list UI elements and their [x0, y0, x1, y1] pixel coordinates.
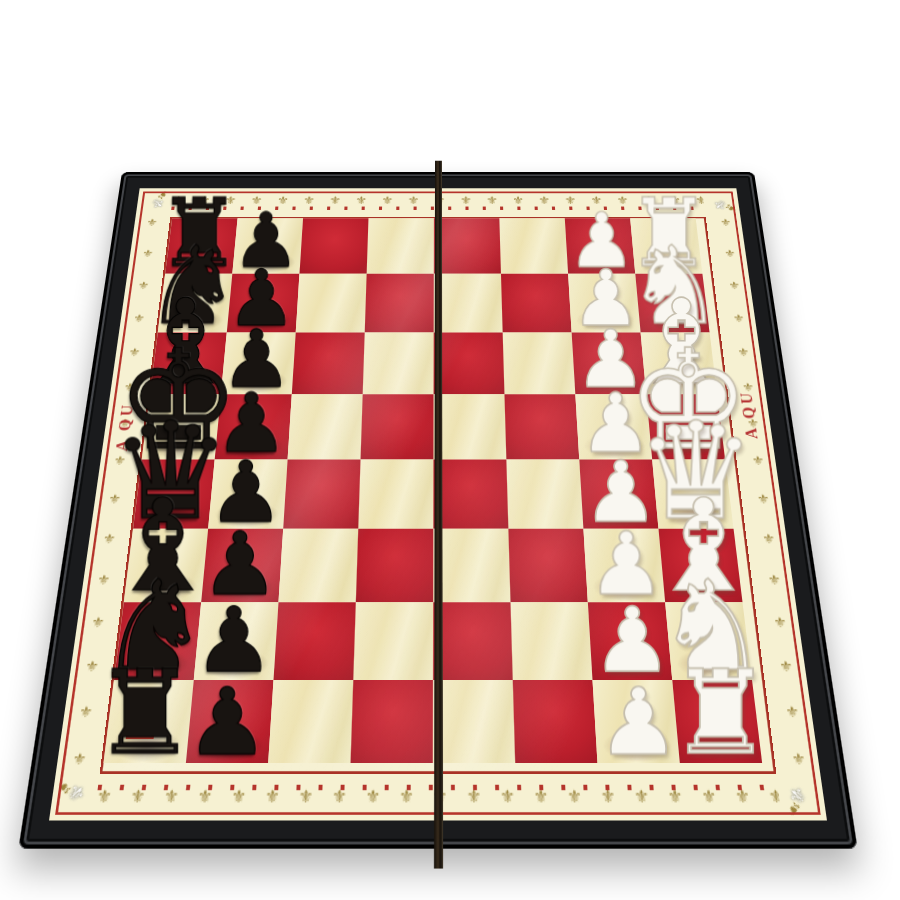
square-a5[interactable] [351, 680, 433, 763]
square-g4[interactable] [434, 274, 503, 333]
square-a8[interactable]: ♜ [104, 680, 194, 763]
fleur-de-lis-icon: ⚜ [61, 778, 91, 808]
square-h5[interactable] [367, 218, 434, 274]
square-a2[interactable]: ♟ [593, 680, 680, 763]
square-d3[interactable] [506, 460, 583, 529]
scroll-icon: ☙ [52, 774, 77, 800]
piece-black-pawn-b7[interactable]: ♟ [194, 604, 274, 677]
square-f4[interactable] [434, 332, 505, 394]
square-c6[interactable] [278, 529, 358, 602]
scroll-icon: ☙ [721, 200, 740, 216]
square-d6[interactable] [283, 460, 360, 529]
square-b3[interactable] [511, 602, 593, 680]
square-e6[interactable] [288, 394, 363, 459]
board-tilt: ⚜ ⚜ ⚜ ⚜ ⚜ ⚜ ⚜ ⚜ ⚜ ⚜ ⚜ ⚜ ⚜ ⚜ ⚜ ⚜ ⚜ ⚜ ⚜ ⚜ … [18, 172, 857, 849]
fold-hinge-line [433, 161, 442, 869]
square-e4[interactable] [433, 394, 506, 459]
square-a4[interactable] [433, 680, 515, 763]
fleur-de-lis-icon: ⚜ [709, 195, 731, 214]
corner-ornament-bottom-right: ☙ ⚜ [772, 767, 827, 825]
square-a1[interactable]: ♜ [672, 680, 762, 763]
square-b4[interactable] [433, 602, 513, 680]
square-f3[interactable] [503, 332, 576, 394]
board-frame: ⚜ ⚜ ⚜ ⚜ ⚜ ⚜ ⚜ ⚜ ⚜ ⚜ ⚜ ⚜ ⚜ ⚜ ⚜ ⚜ ⚜ ⚜ ⚜ ⚜ … [18, 172, 857, 849]
square-h3[interactable] [499, 218, 568, 274]
piece-white-rook-a1[interactable]: ♜ [669, 666, 773, 761]
square-f6[interactable] [292, 332, 365, 394]
corner-ornament-bottom-left: ☙ ⚜ [48, 767, 103, 825]
chess-set-photo: ⚜ ⚜ ⚜ ⚜ ⚜ ⚜ ⚜ ⚜ ⚜ ⚜ ⚜ ⚜ ⚜ ⚜ ⚜ ⚜ ⚜ ⚜ ⚜ ⚜ … [0, 0, 900, 900]
piece-black-rook-a8[interactable]: ♜ [93, 666, 197, 761]
square-e5[interactable] [361, 394, 434, 459]
square-d5[interactable] [358, 460, 433, 529]
square-e3[interactable] [504, 394, 579, 459]
square-h4[interactable] [434, 218, 501, 274]
square-d4[interactable] [433, 460, 508, 529]
scroll-icon: ☙ [781, 796, 806, 822]
square-b6[interactable] [274, 602, 356, 680]
board-mat: ⚜ ⚜ ⚜ ⚜ ⚜ ⚜ ⚜ ⚜ ⚜ ⚜ ⚜ ⚜ ⚜ ⚜ ⚜ ⚜ ⚜ ⚜ ⚜ ⚜ … [49, 188, 827, 820]
square-f5[interactable] [363, 332, 434, 394]
square-c4[interactable] [433, 529, 510, 602]
piece-black-pawn-a7[interactable]: ♟ [186, 685, 269, 761]
square-b5[interactable] [353, 602, 433, 680]
square-g3[interactable] [501, 274, 572, 333]
fleur-de-lis-icon: ⚜ [783, 781, 813, 812]
square-c3[interactable] [508, 529, 587, 602]
piece-white-pawn-a2[interactable]: ♟ [597, 685, 680, 761]
piece-white-pawn-b2[interactable]: ♟ [592, 604, 672, 677]
square-h6[interactable] [299, 218, 368, 274]
square-g6[interactable] [296, 274, 367, 333]
square-a6[interactable] [268, 680, 353, 763]
square-a3[interactable] [513, 680, 598, 763]
square-a7[interactable]: ♟ [186, 680, 274, 763]
square-c5[interactable] [356, 529, 433, 602]
square-g5[interactable] [365, 274, 434, 333]
